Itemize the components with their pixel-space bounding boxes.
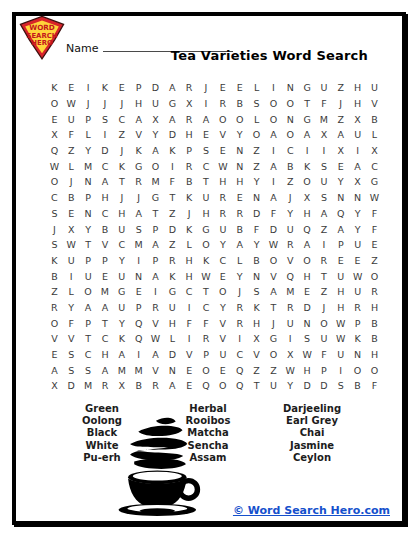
grid-cell: A (265, 190, 282, 206)
grid-cell: J (316, 300, 333, 316)
grid-cell: V (46, 331, 63, 347)
grid-cell: E (181, 378, 198, 394)
grid-cell: L (248, 80, 265, 96)
grid-cell: T (80, 237, 97, 253)
grid-cell: D (63, 378, 80, 394)
grid-cell: R (130, 174, 147, 190)
grid-cell: L (181, 237, 198, 253)
grid-cell: O (299, 253, 316, 269)
grid-cell: X (332, 143, 349, 159)
grid-cell: K (198, 253, 215, 269)
grid-cell: H (299, 206, 316, 222)
word-search-hero-link[interactable]: © Word Search Hero.com (233, 504, 390, 517)
grid-cell: B (248, 253, 265, 269)
word-list-item: Darjeeling (283, 403, 341, 415)
grid-cell: J (332, 96, 349, 112)
grid-cell: M (316, 111, 333, 127)
grid-cell: W (332, 315, 349, 331)
grid-cell: I (265, 80, 282, 96)
grid-cell: D (164, 127, 181, 143)
grid-cell: P (147, 253, 164, 269)
grid-cell: K (113, 158, 130, 174)
grid-cell: V (214, 315, 231, 331)
grid-cell: A (265, 158, 282, 174)
grid-cell: Z (113, 127, 130, 143)
grid-cell: R (231, 206, 248, 222)
grid-cell: V (366, 96, 383, 112)
grid-cell: Z (164, 237, 181, 253)
grid-cell: Z (248, 362, 265, 378)
grid-cell: Q (46, 143, 63, 159)
grid-cell: O (46, 315, 63, 331)
grid-cell: E (332, 158, 349, 174)
grid-cell: H (181, 253, 198, 269)
grid-cell: H (366, 300, 383, 316)
word-search-page: { "game": "word_search", "header": { "na… (0, 0, 416, 539)
grid-cell: D (147, 80, 164, 96)
grid-cell: D (299, 378, 316, 394)
grid-cell: H (349, 80, 366, 96)
grid-cell: A (316, 206, 333, 222)
grid-cell: F (181, 315, 198, 331)
grid-cell: X (299, 190, 316, 206)
grid-cell: X (181, 96, 198, 112)
grid-cell: E (214, 80, 231, 96)
cup (128, 470, 197, 506)
grid-cell: O (248, 127, 265, 143)
grid-cell: W (63, 96, 80, 112)
grid-cell: N (282, 80, 299, 96)
grid-cell: I (332, 362, 349, 378)
grid-cell: T (80, 331, 97, 347)
grid-cell: G (164, 284, 181, 300)
grid-cell: B (63, 190, 80, 206)
grid-cell: R (147, 378, 164, 394)
grid-cell: P (80, 190, 97, 206)
grid-cell: X (349, 174, 366, 190)
grid-cell: Y (113, 253, 130, 269)
grid-cell: L (63, 158, 80, 174)
grid-cell: W (299, 347, 316, 363)
grid-cell: Y (214, 237, 231, 253)
grid-cell: M (97, 284, 114, 300)
grid-cell: J (97, 96, 114, 112)
grid-cell: U (113, 300, 130, 316)
grid-cell: G (147, 190, 164, 206)
grid-cell: S (46, 206, 63, 222)
grid-cell: A (164, 111, 181, 127)
grid-cell: E (198, 127, 215, 143)
grid-cell: Q (130, 331, 147, 347)
grid-cell: W (282, 362, 299, 378)
grid-cell: W (46, 158, 63, 174)
grid-cell: M (130, 237, 147, 253)
grid-cell: B (282, 158, 299, 174)
grid-cell: S (130, 221, 147, 237)
grid-cell: I (147, 284, 164, 300)
grid-cell: P (130, 300, 147, 316)
grid-cell: X (316, 127, 333, 143)
grid-cell: E (231, 80, 248, 96)
grid-cell: N (80, 206, 97, 222)
grid-cell: E (332, 253, 349, 269)
grid-cell: M (147, 174, 164, 190)
grid-cell: A (332, 221, 349, 237)
grid-cell: O (80, 284, 97, 300)
word-list-item: Chai (283, 427, 341, 439)
grid-cell: P (198, 347, 215, 363)
grid-cell: N (332, 190, 349, 206)
grid-cell: Z (282, 174, 299, 190)
grid-cell: Z (46, 284, 63, 300)
grid-cell: A (130, 111, 147, 127)
grid-cell: E (349, 253, 366, 269)
grid-cell: P (181, 143, 198, 159)
grid-cell: K (181, 190, 198, 206)
grid-cell: X (366, 143, 383, 159)
grid-cell: T (164, 190, 181, 206)
grid-cell: E (130, 284, 147, 300)
grid-cell: T (265, 300, 282, 316)
grid-cell: W (332, 331, 349, 347)
grid-cell: E (113, 80, 130, 96)
grid-cell: N (248, 190, 265, 206)
grid-cell: C (231, 347, 248, 363)
word-list-item: Herbal (186, 403, 231, 415)
grid-cell: Q (282, 268, 299, 284)
logo-text-hero: HERO (31, 39, 53, 47)
grid-cell: B (181, 174, 198, 190)
grid-cell: O (282, 96, 299, 112)
grid-cell: K (164, 268, 181, 284)
grid-cell: T (147, 206, 164, 222)
grid-cell: W (214, 158, 231, 174)
grid-cell: N (248, 268, 265, 284)
grid-cell: C (97, 331, 114, 347)
grid-cell: G (130, 158, 147, 174)
grid-cell: S (198, 143, 215, 159)
grid-cell: H (130, 96, 147, 112)
grid-cell: A (147, 347, 164, 363)
grid-cell: N (231, 143, 248, 159)
grid-cell: J (46, 221, 63, 237)
grid-cell: E (366, 237, 383, 253)
grid-cell: I (265, 143, 282, 159)
grid-cell: T (198, 284, 215, 300)
grid-cell: R (214, 190, 231, 206)
grid-cell: J (130, 190, 147, 206)
grid-cell: L (248, 111, 265, 127)
grid-cell: T (299, 96, 316, 112)
grid-cell: O (366, 268, 383, 284)
grid-cell: H (198, 206, 215, 222)
grid-cell: U (316, 331, 333, 347)
grid-cell: S (248, 96, 265, 112)
grid-cell: Z (63, 143, 80, 159)
grid-cell: Y (248, 174, 265, 190)
grid-cell: A (164, 80, 181, 96)
grid-cell: V (147, 362, 164, 378)
grid-cell: O (349, 362, 366, 378)
grid-cell: E (46, 347, 63, 363)
grid-cell: K (46, 80, 63, 96)
grid-cell: Q (198, 378, 215, 394)
grid-cell: Y (63, 300, 80, 316)
grid-cell: X (63, 221, 80, 237)
grid-cell: E (181, 362, 198, 378)
word-list-item: Green (82, 403, 122, 415)
grid-cell: C (282, 143, 299, 159)
page-frame: WORD SEARCH HERO Name Tea Varieties Word… (12, 12, 406, 525)
grid-cell: S (63, 347, 80, 363)
grid-cell: U (332, 347, 349, 363)
grid-cell: V (97, 237, 114, 253)
grid-cell: P (130, 80, 147, 96)
grid-cell: V (181, 347, 198, 363)
grid-cell: R (198, 331, 215, 347)
grid-cell: I (316, 237, 333, 253)
grid-cell: K (113, 331, 130, 347)
saucer (119, 504, 197, 516)
grid-cell: E (231, 190, 248, 206)
grid-cell: D (316, 378, 333, 394)
grid-cell: N (80, 174, 97, 190)
grid-cell: A (231, 237, 248, 253)
grid-cell: M (80, 158, 97, 174)
grid-cell: U (316, 80, 333, 96)
grid-cell: U (316, 174, 333, 190)
grid-cell: H (164, 315, 181, 331)
steam-swirls (130, 418, 187, 469)
word-list-item: Ceylon (283, 452, 341, 464)
grid-cell: U (113, 268, 130, 284)
grid-cell: C (198, 158, 215, 174)
grid-cell: G (113, 284, 130, 300)
grid-cell: H (113, 206, 130, 222)
grid-cell: F (265, 206, 282, 222)
grid-cell: N (231, 158, 248, 174)
grid-cell: W (265, 237, 282, 253)
grid-cell: I (164, 158, 181, 174)
grid-cell: S (80, 362, 97, 378)
grid-cell: Z (366, 253, 383, 269)
grid-cell: N (164, 362, 181, 378)
grid-cell: Y (248, 237, 265, 253)
grid-cell: V (248, 347, 265, 363)
grid-cell: M (80, 378, 97, 394)
grid-cell: C (46, 190, 63, 206)
grid-cell: G (299, 111, 316, 127)
grid-cell: G (164, 96, 181, 112)
grid-cell: I (181, 331, 198, 347)
grid-cell: J (198, 80, 215, 96)
grid-cell: E (299, 284, 316, 300)
grid-cell: U (80, 268, 97, 284)
teacup-graphic (111, 416, 205, 518)
grid-cell: U (113, 221, 130, 237)
grid-cell: V (63, 331, 80, 347)
grid-cell: F (63, 127, 80, 143)
grid-cell: J (113, 190, 130, 206)
grid-cell: Q (231, 362, 248, 378)
grid-cell: E (46, 111, 63, 127)
grid-cell: S (248, 284, 265, 300)
grid-cell: H (299, 362, 316, 378)
grid-cell: H (248, 315, 265, 331)
grid-cell: Q (231, 378, 248, 394)
grid-cell: C (80, 347, 97, 363)
grid-cell: V (130, 127, 147, 143)
grid-cell: F (63, 315, 80, 331)
grid-cell: R (147, 300, 164, 316)
grid-cell: E (63, 206, 80, 222)
grid-cell: P (316, 362, 333, 378)
grid-cell: Y (80, 143, 97, 159)
grid-cell: R (349, 300, 366, 316)
grid-cell: E (214, 143, 231, 159)
grid-cell: Z (164, 206, 181, 222)
grid-cell: A (130, 206, 147, 222)
word-list-item: Earl Grey (283, 415, 341, 427)
grid-cell: X (113, 378, 130, 394)
grid-cell: A (147, 237, 164, 253)
grid-cell: I (181, 300, 198, 316)
grid-cell: H (332, 300, 349, 316)
grid-cell: O (147, 158, 164, 174)
grid-cell: K (349, 331, 366, 347)
grid-cell: R (282, 300, 299, 316)
grid-cell: I (97, 127, 114, 143)
grid-cell: I (299, 143, 316, 159)
grid-cell: G (265, 331, 282, 347)
grid-cell: E (63, 80, 80, 96)
grid-cell: N (349, 347, 366, 363)
grid-cell: L (63, 284, 80, 300)
grid-cell: A (97, 174, 114, 190)
grid-cell: X (282, 347, 299, 363)
grid-cell: W (198, 268, 215, 284)
grid-cell: Y (231, 127, 248, 143)
grid-cell: Q (332, 206, 349, 222)
grid-cell: I (63, 268, 80, 284)
grid-cell: Y (214, 300, 231, 316)
grid-cell: K (130, 143, 147, 159)
grid-cell: E (214, 362, 231, 378)
grid-cell: B (366, 331, 383, 347)
word-list-column-3: DarjeelingEarl GreyChaiJasmineCeylon (283, 403, 341, 464)
grid-cell: H (366, 347, 383, 363)
grid-cell: W (366, 190, 383, 206)
grid-cell: B (130, 378, 147, 394)
grid-cell: B (231, 96, 248, 112)
grid-cell: O (46, 174, 63, 190)
grid-cell: U (63, 111, 80, 127)
grid-cell: F (366, 221, 383, 237)
grid-cell: V (214, 127, 231, 143)
grid-cell: R (181, 111, 198, 127)
grid-cell: H (332, 284, 349, 300)
grid-cell: Y (282, 378, 299, 394)
grid-cell: Y (80, 221, 97, 237)
grid-cell: Y (349, 206, 366, 222)
grid-cell: S (46, 237, 63, 253)
grid-cell: R (316, 253, 333, 269)
grid-cell: K (181, 221, 198, 237)
grid-cell: A (198, 111, 215, 127)
grid-cell: O (214, 378, 231, 394)
grid-cell: H (299, 268, 316, 284)
grid-cell: C (181, 284, 198, 300)
grid-cell: F (316, 96, 333, 112)
grid-cell: B (97, 221, 114, 237)
logo-text-search: SEARCH (26, 32, 57, 40)
grid-cell: O (198, 362, 215, 378)
grid-cell: U (214, 347, 231, 363)
grid-cell: T (113, 174, 130, 190)
grid-cell: W (147, 331, 164, 347)
grid-cell: J (181, 206, 198, 222)
grid-cell: R (366, 284, 383, 300)
grid-cell: X (46, 378, 63, 394)
grid-cell: B (46, 268, 63, 284)
grid-cell: H (231, 174, 248, 190)
grid-cell: A (97, 362, 114, 378)
grid-cell: A (349, 158, 366, 174)
grid-cell: B (349, 378, 366, 394)
grid-cell: V (214, 331, 231, 347)
grid-cell: M (113, 362, 130, 378)
grid-cell: R (231, 300, 248, 316)
grid-cell: H (214, 174, 231, 190)
grid-cell: C (97, 158, 114, 174)
grid-cell: R (46, 300, 63, 316)
grid-cell: K (248, 300, 265, 316)
grid-cell: N (282, 111, 299, 127)
grid-cell: U (349, 127, 366, 143)
grid-cell: D (248, 206, 265, 222)
grid-cell: H (181, 127, 198, 143)
grid-cell: X (147, 111, 164, 127)
grid-cell: J (282, 190, 299, 206)
word-list-item: Jasmine (283, 440, 341, 452)
grid-cell: F (198, 315, 215, 331)
grid-cell: I (316, 143, 333, 159)
grid-cell: O (265, 96, 282, 112)
grid-cell: P (97, 253, 114, 269)
grid-cell: U (282, 315, 299, 331)
grid-cell: P (147, 221, 164, 237)
grid-cell: O (299, 174, 316, 190)
grid-cell: I (282, 331, 299, 347)
grid-cell: B (366, 315, 383, 331)
grid-cell: O (265, 253, 282, 269)
word-search-grid: KEIKEPDARJEELINGUZHUOWJJJHUGXIRBSOOTFJHV… (46, 80, 383, 394)
grid-cell: X (248, 331, 265, 347)
grid-cell: R (214, 96, 231, 112)
grid-cell: Z (316, 284, 333, 300)
grid-cell: H (97, 190, 114, 206)
grid-cell: F (316, 347, 333, 363)
grid-cell: W (63, 237, 80, 253)
grid-cell: N (130, 268, 147, 284)
grid-cell: U (63, 253, 80, 269)
name-label: Name (66, 42, 98, 55)
grid-cell: J (113, 143, 130, 159)
grid-cell: B (366, 111, 383, 127)
puzzle-title: Tea Varieties Word Search (171, 48, 368, 63)
grid-cell: Z (265, 362, 282, 378)
grid-cell: A (299, 127, 316, 143)
